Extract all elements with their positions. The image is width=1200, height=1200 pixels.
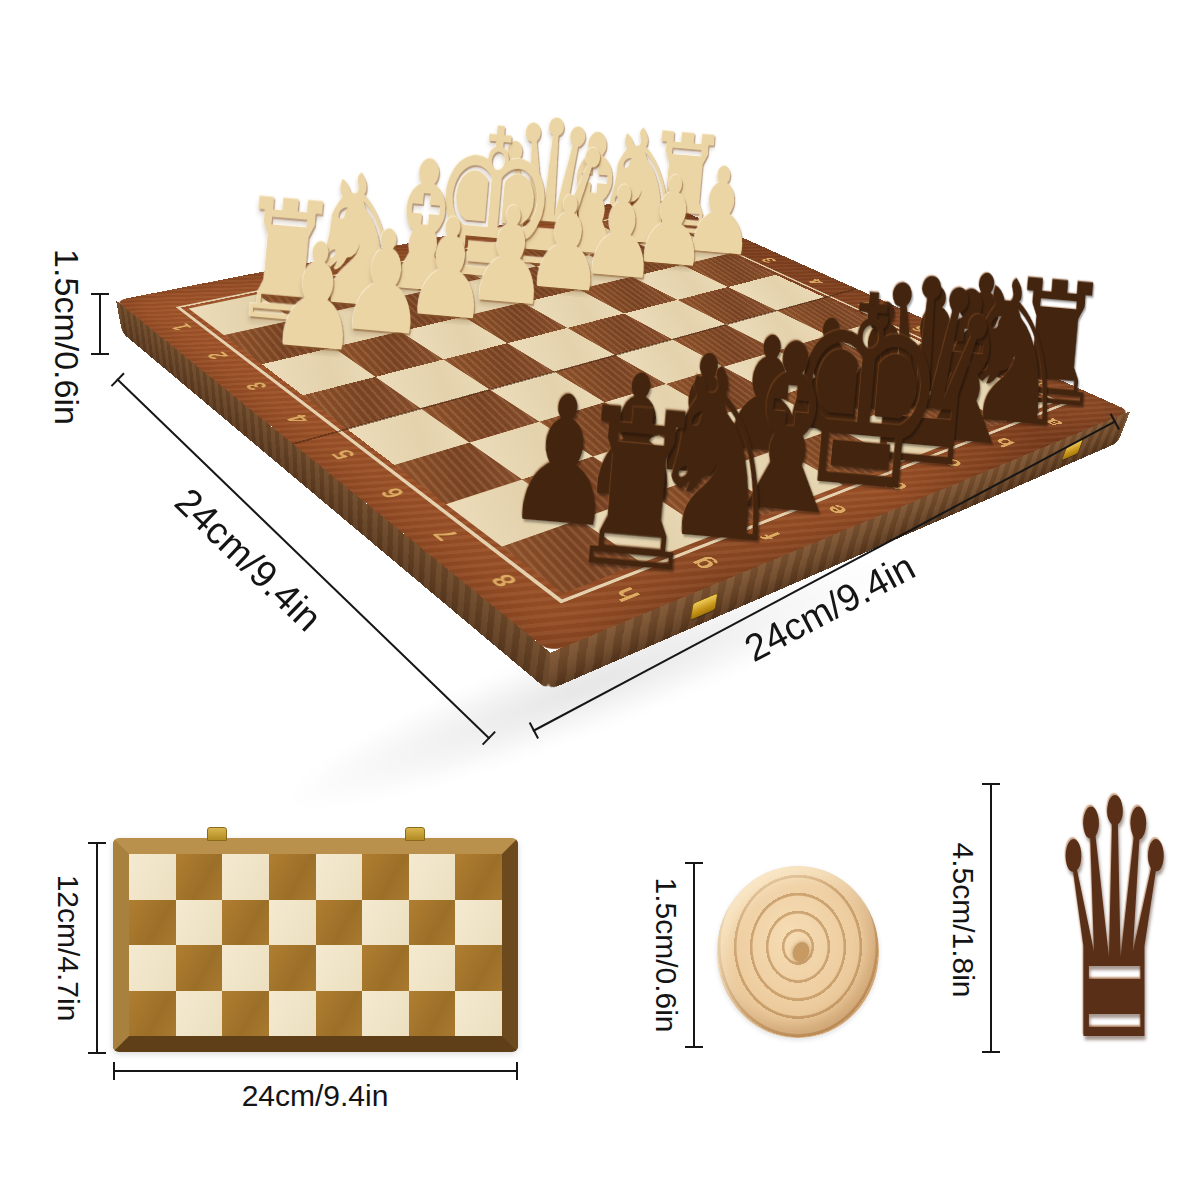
folded-cell bbox=[362, 945, 409, 991]
folded-cell bbox=[362, 854, 409, 900]
product-photo: ♜♞♝♚♛♝♞♜♟♟♟♟♟♟♟♟♟♟♟♟♟♟♟♟♜♞♝♚♛♝♞♜ 1234567… bbox=[0, 0, 1200, 1200]
folded-cell bbox=[176, 945, 223, 991]
thickness-dimension-line bbox=[99, 293, 101, 355]
folded-cell bbox=[316, 900, 363, 946]
queen-height-dimension-line bbox=[990, 783, 992, 1053]
folded-cell bbox=[176, 991, 223, 1037]
folded-cell bbox=[176, 900, 223, 946]
folded-cell bbox=[222, 945, 269, 991]
folded-cell bbox=[269, 991, 316, 1037]
piece-white-pawn-h2: ♟ bbox=[267, 236, 334, 357]
hinge-icon bbox=[207, 827, 227, 841]
folded-cell bbox=[316, 854, 363, 900]
thickness-dimension-label: 1.5cm/0.6in bbox=[47, 249, 86, 425]
folded-cell bbox=[409, 945, 456, 991]
piece-black-rook-h8: ♜ bbox=[563, 399, 651, 579]
folded-cell bbox=[409, 854, 456, 900]
folded-board bbox=[113, 838, 518, 1052]
folded-height-dimension-label: 12cm/4.7in bbox=[51, 875, 85, 1022]
folded-cell bbox=[455, 854, 502, 900]
folded-cell bbox=[129, 854, 176, 900]
queen-piece: ♛ bbox=[1050, 787, 1103, 1057]
folded-cell bbox=[129, 991, 176, 1037]
folded-cell bbox=[409, 991, 456, 1037]
chess-grid: ♜♞♝♚♛♝♞♜♟♟♟♟♟♟♟♟♟♟♟♟♟♟♟♟♜♞♝♚♛♝♞♜ bbox=[189, 215, 1054, 594]
folded-height-dimension-line bbox=[96, 842, 98, 1054]
folded-cell bbox=[176, 854, 223, 900]
folded-cell bbox=[269, 854, 316, 900]
folded-cell bbox=[455, 991, 502, 1037]
folded-width-dimension-label: 24cm/9.4in bbox=[242, 1079, 389, 1113]
folded-cell bbox=[222, 900, 269, 946]
checker-height-dimension-label: 1.5cm/0.6in bbox=[649, 877, 683, 1032]
folded-cell bbox=[222, 854, 269, 900]
folded-cell bbox=[222, 991, 269, 1037]
folded-cell bbox=[316, 945, 363, 991]
checker-height-dimension-line bbox=[693, 862, 695, 1048]
folded-cell bbox=[455, 900, 502, 946]
folded-cell bbox=[409, 900, 456, 946]
folded-board-pattern bbox=[129, 854, 502, 1036]
queen-piece-photo: ♛ bbox=[1016, 766, 1136, 1051]
folded-cell bbox=[129, 945, 176, 991]
folded-cell bbox=[269, 900, 316, 946]
checkers-piece bbox=[717, 866, 879, 1038]
folded-cell bbox=[362, 900, 409, 946]
queen-height-dimension-label: 4.5cm/1.8in bbox=[946, 842, 980, 997]
folded-cell bbox=[455, 945, 502, 991]
folded-width-dimension-line bbox=[113, 1070, 518, 1072]
folded-cell bbox=[269, 945, 316, 991]
folded-cell bbox=[362, 991, 409, 1037]
folded-cell bbox=[316, 991, 363, 1037]
hinge-icon bbox=[405, 827, 425, 841]
folded-cell bbox=[129, 900, 176, 946]
